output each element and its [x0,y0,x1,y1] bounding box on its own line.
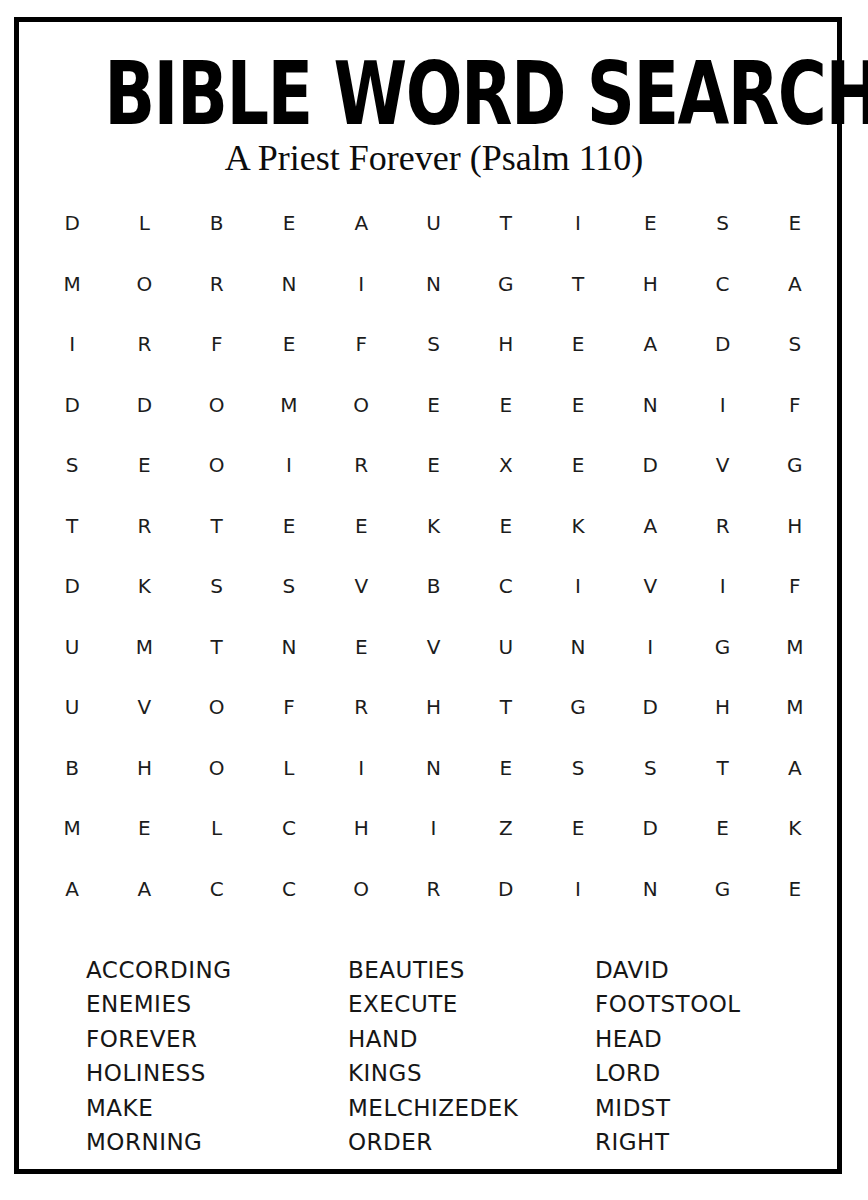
grid-cell-r1c9[interactable]: E [614,193,686,254]
word-enemies: ENEMIES [86,987,232,1021]
grid-cell-r8c3[interactable]: T [181,617,253,678]
grid-cell-r1c3[interactable]: B [181,193,253,254]
grid-cell-r3c8[interactable]: E [542,314,614,375]
grid-cell-r10c6[interactable]: N [397,738,469,799]
grid-cell-r9c7[interactable]: T [470,677,542,738]
grid-cell-r10c9[interactable]: S [614,738,686,799]
grid-cell-r9c6[interactable]: H [397,677,469,738]
grid-cell-r5c7[interactable]: X [470,435,542,496]
grid-cell-r8c7[interactable]: U [470,617,542,678]
grid-cell-r1c6[interactable]: U [397,193,469,254]
grid-cell-r2c7[interactable]: G [470,254,542,315]
grid-cell-r5c8[interactable]: E [542,435,614,496]
grid-cell-r10c5[interactable]: I [325,738,397,799]
grid-cell-r5c6[interactable]: E [397,435,469,496]
grid-cell-r12c7[interactable]: D [470,859,542,920]
grid-cell-r11c9[interactable]: D [614,798,686,859]
page-title: BIBLE WORD SEARCH! [104,50,764,138]
grid-cell-r7c2[interactable]: K [108,556,180,617]
grid-cell-r3c2[interactable]: R [108,314,180,375]
word-kings: KINGS [348,1056,518,1090]
word-hand: HAND [348,1022,518,1056]
grid-cell-r8c1[interactable]: U [36,617,108,678]
grid-cell-r6c8[interactable]: K [542,496,614,557]
grid-cell-r9c5[interactable]: R [325,677,397,738]
grid-cell-r5c11[interactable]: G [759,435,831,496]
grid-cell-r11c1[interactable]: M [36,798,108,859]
grid-cell-r3c1[interactable]: I [36,314,108,375]
grid-cell-r6c5[interactable]: E [325,496,397,557]
word-column-1: ACCORDINGENEMIESFOREVERHOLINESSMAKEMORNI… [86,953,232,1159]
grid-cell-r7c9[interactable]: V [614,556,686,617]
grid-cell-r5c2[interactable]: E [108,435,180,496]
grid-cell-r1c5[interactable]: A [325,193,397,254]
grid-cell-r9c8[interactable]: G [542,677,614,738]
grid-cell-r10c1[interactable]: B [36,738,108,799]
grid-cell-r7c1[interactable]: D [36,556,108,617]
grid-cell-r4c6[interactable]: E [397,375,469,436]
grid-cell-r4c10[interactable]: I [686,375,758,436]
grid-cell-r12c3[interactable]: C [181,859,253,920]
grid-cell-r2c1[interactable]: M [36,254,108,315]
word-order: ORDER [348,1125,518,1159]
grid-cell-r4c8[interactable]: E [542,375,614,436]
grid-cell-r3c9[interactable]: A [614,314,686,375]
grid-cell-r1c2[interactable]: L [108,193,180,254]
grid-cell-r3c7[interactable]: H [470,314,542,375]
grid-cell-r8c5[interactable]: E [325,617,397,678]
grid-cell-r12c9[interactable]: N [614,859,686,920]
grid-cell-r11c10[interactable]: E [686,798,758,859]
grid-cell-r5c3[interactable]: O [181,435,253,496]
grid-cell-r8c2[interactable]: M [108,617,180,678]
grid-cell-r7c8[interactable]: I [542,556,614,617]
grid-cell-r5c1[interactable]: S [36,435,108,496]
grid-cell-r2c2[interactable]: O [108,254,180,315]
grid-cell-r2c9[interactable]: H [614,254,686,315]
grid-cell-r10c10[interactable]: T [686,738,758,799]
grid-cell-r8c11[interactable]: M [759,617,831,678]
grid-cell-r1c1[interactable]: D [36,193,108,254]
word-lord: LORD [595,1056,741,1090]
grid-cell-r1c4[interactable]: E [253,193,325,254]
word-head: HEAD [595,1022,741,1056]
grid-cell-r4c4[interactable]: M [253,375,325,436]
grid-cell-r10c2[interactable]: H [108,738,180,799]
grid-cell-r12c5[interactable]: O [325,859,397,920]
grid-cell-r7c5[interactable]: V [325,556,397,617]
grid-cell-r4c1[interactable]: D [36,375,108,436]
grid-cell-r11c3[interactable]: L [181,798,253,859]
grid-cell-r9c11[interactable]: M [759,677,831,738]
grid-cell-r11c2[interactable]: E [108,798,180,859]
grid-cell-r9c2[interactable]: V [108,677,180,738]
word-holiness: HOLINESS [86,1056,232,1090]
grid-cell-r7c7[interactable]: C [470,556,542,617]
grid-cell-r1c11[interactable]: E [759,193,831,254]
grid-cell-r6c3[interactable]: T [181,496,253,557]
grid-cell-r7c3[interactable]: S [181,556,253,617]
grid-cell-r1c8[interactable]: I [542,193,614,254]
grid-cell-r2c10[interactable]: C [686,254,758,315]
grid-cell-r8c6[interactable]: V [397,617,469,678]
word-morning: MORNING [86,1125,232,1159]
grid-cell-r9c9[interactable]: D [614,677,686,738]
grid-cell-r12c6[interactable]: R [397,859,469,920]
grid-cell-r6c11[interactable]: H [759,496,831,557]
word-midst: MIDST [595,1091,741,1125]
grid-cell-r8c9[interactable]: I [614,617,686,678]
grid-cell-r2c6[interactable]: N [397,254,469,315]
word-execute: EXECUTE [348,987,518,1021]
grid-cell-r9c4[interactable]: F [253,677,325,738]
word-forever: FOREVER [86,1022,232,1056]
grid-cell-r9c3[interactable]: O [181,677,253,738]
grid-cell-r6c6[interactable]: K [397,496,469,557]
grid-cell-r3c3[interactable]: F [181,314,253,375]
grid-cell-r6c4[interactable]: E [253,496,325,557]
grid-cell-r6c9[interactable]: A [614,496,686,557]
grid-cell-r10c8[interactable]: S [542,738,614,799]
grid-cell-r8c4[interactable]: N [253,617,325,678]
grid-cell-r5c4[interactable]: I [253,435,325,496]
grid-cell-r7c11[interactable]: F [759,556,831,617]
grid-cell-r12c4[interactable]: C [253,859,325,920]
grid-cell-r10c3[interactable]: O [181,738,253,799]
grid-cell-r11c7[interactable]: Z [470,798,542,859]
grid-cell-r3c4[interactable]: E [253,314,325,375]
letter-grid: DLBEAUTIESEMORNINGTHCAIRFEFSHEADSDDOMOEE… [36,193,831,919]
grid-cell-r10c11[interactable]: A [759,738,831,799]
word-beauties: BEAUTIES [348,953,518,987]
grid-cell-r7c6[interactable]: B [397,556,469,617]
grid-cell-r12c2[interactable]: A [108,859,180,920]
word-column-2: BEAUTIESEXECUTEHANDKINGSMELCHIZEDEKORDER [348,953,518,1159]
grid-cell-r9c1[interactable]: U [36,677,108,738]
grid-cell-r11c6[interactable]: I [397,798,469,859]
grid-cell-r4c9[interactable]: N [614,375,686,436]
grid-cell-r10c4[interactable]: L [253,738,325,799]
grid-cell-r12c1[interactable]: A [36,859,108,920]
word-list: ACCORDINGENEMIESFOREVERHOLINESSMAKEMORNI… [0,953,868,1163]
grid-cell-r7c10[interactable]: I [686,556,758,617]
word-david: DAVID [595,953,741,987]
grid-cell-r8c8[interactable]: N [542,617,614,678]
grid-cell-r6c2[interactable]: R [108,496,180,557]
grid-cell-r6c7[interactable]: E [470,496,542,557]
grid-cell-r1c7[interactable]: T [470,193,542,254]
grid-cell-r2c3[interactable]: R [181,254,253,315]
grid-cell-r2c11[interactable]: A [759,254,831,315]
word-make: MAKE [86,1091,232,1125]
word-column-3: DAVIDFOOTSTOOLHEADLORDMIDSTRIGHT [595,953,741,1159]
grid-cell-r11c5[interactable]: H [325,798,397,859]
grid-cell-r9c10[interactable]: H [686,677,758,738]
grid-cell-r3c5[interactable]: F [325,314,397,375]
grid-cell-r4c2[interactable]: D [108,375,180,436]
grid-cell-r2c5[interactable]: I [325,254,397,315]
word-according: ACCORDING [86,953,232,987]
grid-cell-r10c7[interactable]: E [470,738,542,799]
grid-cell-r3c11[interactable]: S [759,314,831,375]
grid-cell-r5c5[interactable]: R [325,435,397,496]
grid-cell-r8c10[interactable]: G [686,617,758,678]
word-melchizedek: MELCHIZEDEK [348,1091,518,1125]
grid-cell-r2c4[interactable]: N [253,254,325,315]
grid-cell-r5c10[interactable]: V [686,435,758,496]
grid-cell-r4c3[interactable]: O [181,375,253,436]
grid-cell-r5c9[interactable]: D [614,435,686,496]
grid-cell-r6c10[interactable]: R [686,496,758,557]
grid-cell-r7c4[interactable]: S [253,556,325,617]
grid-cell-r4c11[interactable]: F [759,375,831,436]
grid-cell-r12c11[interactable]: E [759,859,831,920]
word-right: RIGHT [595,1125,741,1159]
grid-cell-r11c8[interactable]: E [542,798,614,859]
grid-cell-r12c10[interactable]: G [686,859,758,920]
grid-cell-r4c5[interactable]: O [325,375,397,436]
word-footstool: FOOTSTOOL [595,987,741,1021]
grid-cell-r11c4[interactable]: C [253,798,325,859]
puzzle-subtitle: A Priest Forever (Psalm 110) [0,138,868,178]
grid-cell-r1c10[interactable]: S [686,193,758,254]
grid-cell-r4c7[interactable]: E [470,375,542,436]
grid-cell-r11c11[interactable]: K [759,798,831,859]
grid-cell-r12c8[interactable]: I [542,859,614,920]
grid-cell-r3c6[interactable]: S [397,314,469,375]
grid-cell-r3c10[interactable]: D [686,314,758,375]
worksheet-page: BIBLE WORD SEARCH! A Priest Forever (Psa… [0,0,868,1200]
grid-cell-r6c1[interactable]: T [36,496,108,557]
grid-cell-r2c8[interactable]: T [542,254,614,315]
